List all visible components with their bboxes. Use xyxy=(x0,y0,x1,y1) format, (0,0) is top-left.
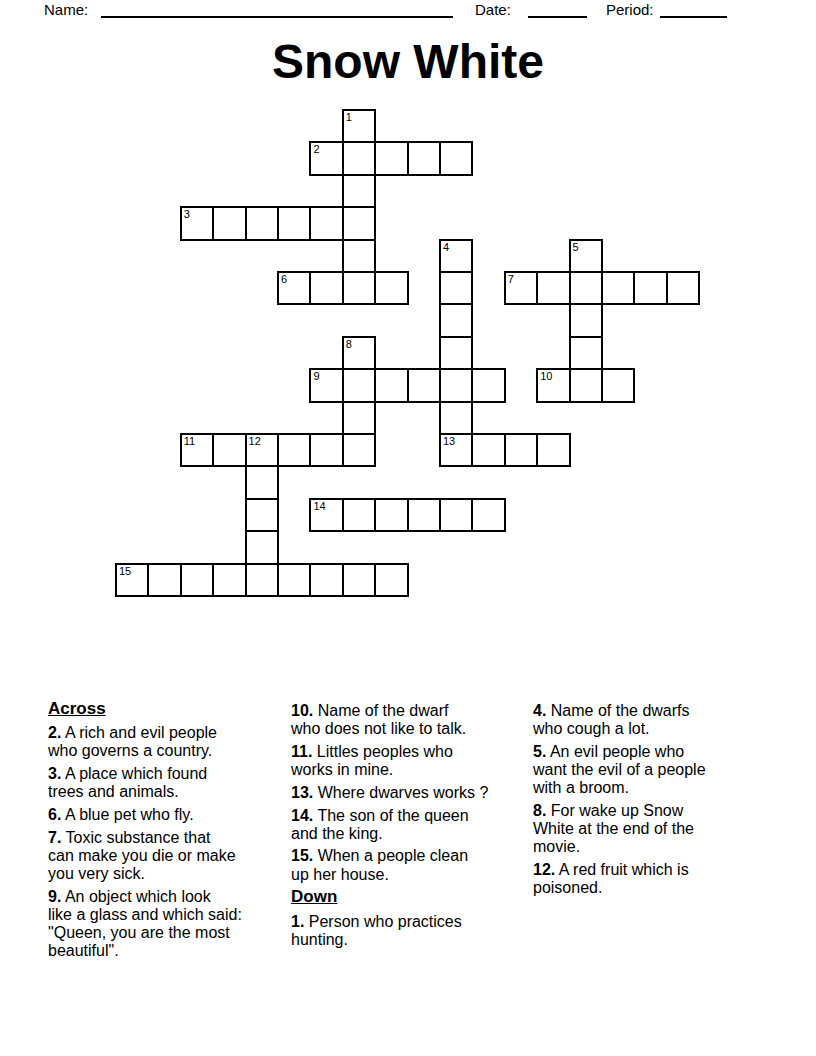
clue-column-3: 4. Name of the dwarfs who cough a lot.5.… xyxy=(533,702,765,902)
grid-cell-r5c6[interactable] xyxy=(309,271,343,305)
grid-cell-r5c17[interactable] xyxy=(666,271,700,305)
grid-cell-r3c3[interactable] xyxy=(212,206,246,240)
grid-cell-r10c7[interactable] xyxy=(342,433,376,467)
grid-cell-r10c13[interactable] xyxy=(536,433,570,467)
puzzle-title: Snow White xyxy=(0,34,816,90)
clue-text: Name of the dwarfs who cough a lot. xyxy=(533,702,690,737)
name-label: Name: xyxy=(44,1,88,19)
clue-11: 11. Littles peoples who works in mine. xyxy=(291,743,529,779)
clue-number-13: 13 xyxy=(443,435,455,447)
clue-text: A place which found trees and animals. xyxy=(48,765,207,800)
grid-cell-r1c7[interactable] xyxy=(342,141,376,175)
clue-13: 13. Where dwarves works ? xyxy=(291,784,529,802)
clue-number-label: 11. xyxy=(291,743,312,760)
grid-cell-r12c11[interactable] xyxy=(471,498,505,532)
clue-number-label: 1. xyxy=(291,913,304,930)
grid-cell-r12c4[interactable] xyxy=(245,498,279,532)
clue-number-15: 15 xyxy=(119,565,131,577)
clue-number-label: 5. xyxy=(533,743,546,760)
clue-number-label: 7. xyxy=(48,829,61,846)
grid-cell-r1c8[interactable] xyxy=(374,141,408,175)
grid-cell-r5c12[interactable]: 7 xyxy=(504,271,538,305)
grid-cell-r3c2[interactable]: 3 xyxy=(180,206,214,240)
clue-text: The son of the queen and the king. xyxy=(291,807,469,842)
clue-4: 4. Name of the dwarfs who cough a lot. xyxy=(533,702,765,738)
grid-cell-r8c13[interactable]: 10 xyxy=(536,368,570,402)
clue-text: Where dwarves works ? xyxy=(313,784,488,801)
clue-text: A blue pet who fly. xyxy=(61,806,193,823)
grid-cell-r14c7[interactable] xyxy=(342,563,376,597)
clue-number-label: 9. xyxy=(48,888,61,905)
grid-cell-r4c14[interactable]: 5 xyxy=(569,239,603,273)
clue-7: 7. Toxic substance that can make you die… xyxy=(48,829,288,884)
period-label: Period: xyxy=(606,1,654,19)
grid-cell-r9c7[interactable] xyxy=(342,401,376,435)
grid-cell-r5c13[interactable] xyxy=(536,271,570,305)
grid-cell-r13c4[interactable] xyxy=(245,530,279,564)
grid-cell-r3c7[interactable] xyxy=(342,206,376,240)
clue-text: When a people clean up her house. xyxy=(291,847,468,882)
crossword-grid: 123456789101112131415 xyxy=(115,109,701,598)
grid-cell-r12c10[interactable] xyxy=(439,498,473,532)
grid-cell-r2c7[interactable] xyxy=(342,174,376,208)
clue-9: 9. An object which look like a glass and… xyxy=(48,888,288,961)
grid-cell-r10c2[interactable]: 11 xyxy=(180,433,214,467)
clue-3: 3. A place which found trees and animals… xyxy=(48,765,288,801)
clue-15: 15. When a people clean up her house. xyxy=(291,847,529,883)
grid-cell-r10c11[interactable] xyxy=(471,433,505,467)
grid-cell-r12c9[interactable] xyxy=(407,498,441,532)
grid-cell-r14c1[interactable] xyxy=(147,563,181,597)
clue-number-10: 10 xyxy=(540,370,552,382)
down-heading: Down xyxy=(291,888,529,906)
grid-cell-r14c4[interactable] xyxy=(245,563,279,597)
clue-number-6: 6 xyxy=(281,273,287,285)
grid-cell-r14c3[interactable] xyxy=(212,563,246,597)
clue-number-8: 8 xyxy=(346,338,352,350)
clue-number-4: 4 xyxy=(443,241,449,253)
grid-cell-r0c7[interactable]: 1 xyxy=(342,109,376,143)
grid-cell-r10c10[interactable]: 13 xyxy=(439,433,473,467)
grid-cell-r8c9[interactable] xyxy=(407,368,441,402)
grid-cell-r12c7[interactable] xyxy=(342,498,376,532)
grid-cell-r10c5[interactable] xyxy=(277,433,311,467)
grid-cell-r10c4[interactable]: 12 xyxy=(245,433,279,467)
grid-cell-r9c10[interactable] xyxy=(439,401,473,435)
clue-number-9: 9 xyxy=(313,370,319,382)
grid-cell-r3c5[interactable] xyxy=(277,206,311,240)
grid-cell-r10c6[interactable] xyxy=(309,433,343,467)
grid-cell-r5c7[interactable] xyxy=(342,271,376,305)
grid-cell-r8c6[interactable]: 9 xyxy=(309,368,343,402)
clue-1: 1. Person who practices hunting. xyxy=(291,913,529,949)
grid-cell-r5c8[interactable] xyxy=(374,271,408,305)
clue-number-label: 13. xyxy=(291,784,313,801)
clue-text: An evil people who want the evil of a pe… xyxy=(533,743,706,796)
clue-number-label: 10. xyxy=(291,702,313,719)
grid-cell-r14c8[interactable] xyxy=(374,563,408,597)
clue-number-3: 3 xyxy=(184,208,190,220)
clue-text: Toxic substance that can make you die or… xyxy=(48,829,236,882)
clue-column-1: Across2. A rich and evil people who gove… xyxy=(48,700,288,965)
clue-2: 2. A rich and evil people who governs a … xyxy=(48,724,288,760)
grid-cell-r5c16[interactable] xyxy=(633,271,667,305)
grid-cell-r10c3[interactable] xyxy=(212,433,246,467)
grid-cell-r12c8[interactable] xyxy=(374,498,408,532)
date-label: Date: xyxy=(475,1,511,19)
clue-text: For wake up Snow White at the end of the… xyxy=(533,802,694,855)
clue-number-5: 5 xyxy=(573,241,579,253)
grid-cell-r14c5[interactable] xyxy=(277,563,311,597)
grid-cell-r5c5[interactable]: 6 xyxy=(277,271,311,305)
grid-cell-r14c2[interactable] xyxy=(180,563,214,597)
grid-cell-r8c14[interactable] xyxy=(569,368,603,402)
clue-text: A red fruit which is poisoned. xyxy=(533,861,689,896)
grid-cell-r8c10[interactable] xyxy=(439,368,473,402)
clue-number-11: 11 xyxy=(184,435,195,447)
clue-number-label: 15. xyxy=(291,847,313,864)
clue-number-label: 3. xyxy=(48,765,61,782)
clue-12: 12. A red fruit which is poisoned. xyxy=(533,861,765,897)
grid-cell-r3c4[interactable] xyxy=(245,206,279,240)
clue-text: An object which look like a glass and wh… xyxy=(48,888,242,960)
grid-cell-r3c6[interactable] xyxy=(309,206,343,240)
grid-cell-r4c10[interactable]: 4 xyxy=(439,239,473,273)
grid-cell-r8c8[interactable] xyxy=(374,368,408,402)
clue-number-label: 6. xyxy=(48,806,61,823)
grid-cell-r5c15[interactable] xyxy=(601,271,635,305)
grid-cell-r8c15[interactable] xyxy=(601,368,635,402)
across-heading: Across xyxy=(48,700,288,718)
grid-cell-r11c4[interactable] xyxy=(245,465,279,499)
clue-number-label: 2. xyxy=(48,724,61,741)
grid-cell-r7c7[interactable]: 8 xyxy=(342,336,376,370)
grid-cell-r5c14[interactable] xyxy=(569,271,603,305)
clue-number-14: 14 xyxy=(313,500,325,512)
clue-number-label: 4. xyxy=(533,702,546,719)
worksheet-page: Name: Date: Period: Snow White 123456789… xyxy=(0,0,816,1056)
clue-6: 6. A blue pet who fly. xyxy=(48,806,288,824)
clue-number-label: 8. xyxy=(533,802,546,819)
clue-text: Name of the dwarf who does not like to t… xyxy=(291,702,466,737)
grid-cell-r6c10[interactable] xyxy=(439,303,473,337)
grid-cell-r6c14[interactable] xyxy=(569,303,603,337)
grid-cell-r7c10[interactable] xyxy=(439,336,473,370)
clue-column-2: 10. Name of the dwarf who does not like … xyxy=(291,702,529,953)
grid-cell-r1c10[interactable] xyxy=(439,141,473,175)
name-blank-line[interactable] xyxy=(101,2,453,18)
clue-number-label: 12. xyxy=(533,861,555,878)
grid-cell-r12c6[interactable]: 14 xyxy=(309,498,343,532)
clue-number-label: 14. xyxy=(291,807,313,824)
grid-cell-r14c0[interactable]: 15 xyxy=(115,563,149,597)
grid-cell-r1c6[interactable]: 2 xyxy=(309,141,343,175)
grid-cell-r4c7[interactable] xyxy=(342,239,376,273)
grid-cell-r8c7[interactable] xyxy=(342,368,376,402)
clue-number-12: 12 xyxy=(249,435,261,447)
clue-14: 14. The son of the queen and the king. xyxy=(291,807,529,843)
grid-cell-r10c12[interactable] xyxy=(504,433,538,467)
clue-number-7: 7 xyxy=(508,273,514,285)
clue-number-2: 2 xyxy=(313,143,319,155)
clue-8: 8. For wake up Snow White at the end of … xyxy=(533,802,765,857)
date-blank-line[interactable] xyxy=(528,2,587,18)
clue-number-1: 1 xyxy=(346,111,352,123)
clue-10: 10. Name of the dwarf who does not like … xyxy=(291,702,529,738)
clue-text: Person who practices hunting. xyxy=(291,913,462,948)
clue-text: Littles peoples who works in mine. xyxy=(291,743,453,778)
grid-cell-r1c9[interactable] xyxy=(407,141,441,175)
grid-cell-r5c10[interactable] xyxy=(439,271,473,305)
grid-cell-r14c6[interactable] xyxy=(309,563,343,597)
grid-cell-r7c14[interactable] xyxy=(569,336,603,370)
clue-5: 5. An evil people who want the evil of a… xyxy=(533,743,765,798)
period-blank-line[interactable] xyxy=(660,2,727,18)
grid-cell-r8c11[interactable] xyxy=(471,368,505,402)
clue-text: A rich and evil people who governs a cou… xyxy=(48,724,217,759)
